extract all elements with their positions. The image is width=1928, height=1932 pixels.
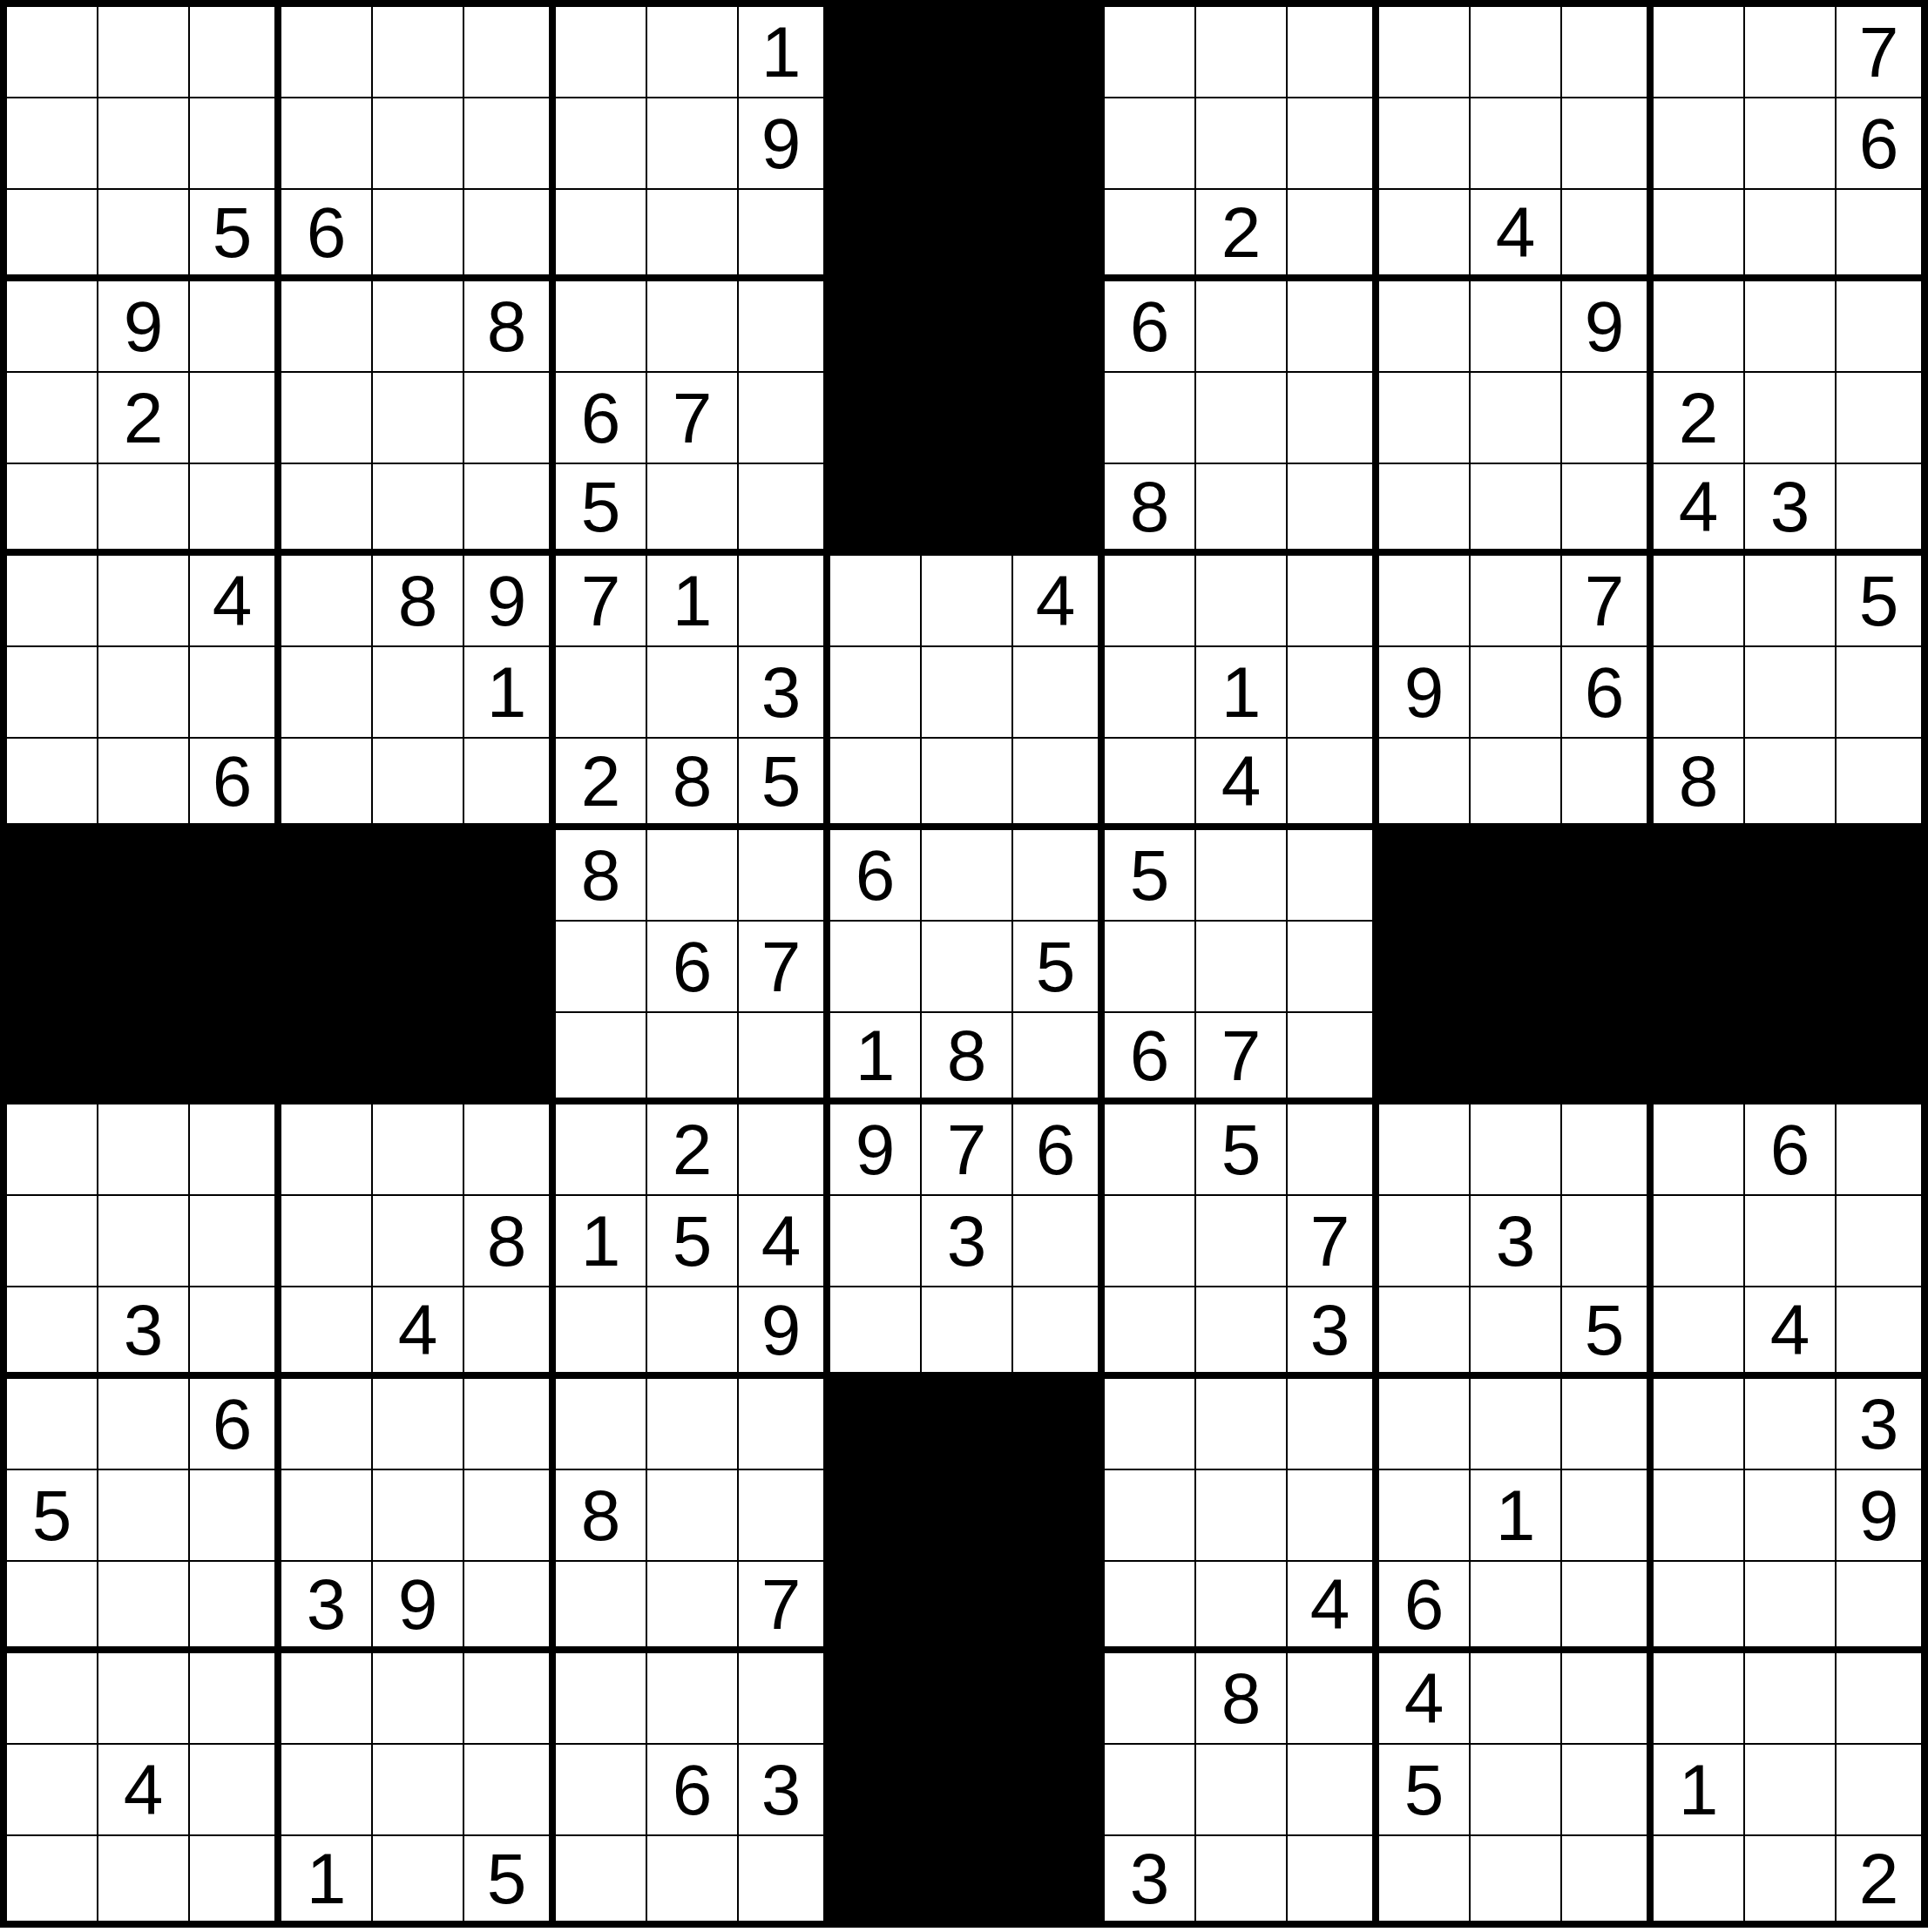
sudoku-cell-r7c20[interactable]	[1837, 647, 1928, 739]
sudoku-cell-r5c20[interactable]	[1837, 464, 1928, 556]
sudoku-cell-r6c10[interactable]	[922, 556, 1013, 647]
sudoku-cell-r7c19[interactable]	[1745, 647, 1837, 739]
sudoku-cell-r18c3[interactable]	[281, 1653, 373, 1745]
sudoku-cell-r7c10[interactable]	[922, 647, 1013, 739]
sudoku-cell-r4c12[interactable]	[1105, 373, 1196, 464]
sudoku-cell-r13c16[interactable]: 3	[1471, 1196, 1562, 1287]
sudoku-cell-r6c5[interactable]: 9	[464, 556, 556, 647]
sudoku-cell-r8c17[interactable]	[1562, 739, 1654, 830]
sudoku-cell-r2c4[interactable]	[373, 190, 464, 281]
sudoku-cell-r1c12[interactable]	[1105, 98, 1196, 190]
sudoku-cell-r14c2[interactable]	[190, 1287, 281, 1379]
sudoku-cell-r19c3[interactable]	[281, 1745, 373, 1836]
sudoku-cell-r10c10[interactable]	[922, 922, 1013, 1013]
sudoku-cell-r19c19[interactable]	[1745, 1745, 1837, 1836]
sudoku-cell-r1c20[interactable]: 6	[1837, 98, 1928, 190]
sudoku-cell-r12c12[interactable]	[1105, 1104, 1196, 1196]
sudoku-cell-r13c19[interactable]	[1745, 1196, 1837, 1287]
sudoku-cell-r19c17[interactable]	[1562, 1745, 1654, 1836]
sudoku-cell-r5c8[interactable]	[739, 464, 830, 556]
sudoku-cell-r14c3[interactable]	[281, 1287, 373, 1379]
sudoku-cell-r16c0[interactable]: 5	[7, 1470, 98, 1562]
sudoku-cell-r15c3[interactable]	[281, 1379, 373, 1470]
sudoku-cell-r17c16[interactable]	[1471, 1562, 1562, 1653]
sudoku-cell-r7c12[interactable]	[1105, 647, 1196, 739]
sudoku-cell-r11c8[interactable]	[739, 1013, 830, 1104]
sudoku-cell-r4c15[interactable]	[1379, 373, 1471, 464]
sudoku-cell-r12c5[interactable]	[464, 1104, 556, 1196]
sudoku-cell-r17c2[interactable]	[190, 1562, 281, 1653]
sudoku-cell-r2c5[interactable]	[464, 190, 556, 281]
sudoku-cell-r4c7[interactable]: 7	[647, 373, 739, 464]
sudoku-cell-r2c17[interactable]	[1562, 190, 1654, 281]
sudoku-cell-r8c11[interactable]	[1013, 739, 1105, 830]
sudoku-cell-r14c1[interactable]: 3	[98, 1287, 190, 1379]
sudoku-cell-r17c19[interactable]	[1745, 1562, 1837, 1653]
sudoku-cell-r6c13[interactable]	[1196, 556, 1288, 647]
sudoku-cell-r11c13[interactable]: 7	[1196, 1013, 1288, 1104]
sudoku-cell-r15c13[interactable]	[1196, 1379, 1288, 1470]
sudoku-cell-r7c14[interactable]	[1288, 647, 1379, 739]
sudoku-cell-r12c3[interactable]	[281, 1104, 373, 1196]
sudoku-cell-r16c16[interactable]: 1	[1471, 1470, 1562, 1562]
sudoku-cell-r13c17[interactable]	[1562, 1196, 1654, 1287]
sudoku-cell-r17c12[interactable]	[1105, 1562, 1196, 1653]
sudoku-cell-r13c5[interactable]: 8	[464, 1196, 556, 1287]
sudoku-cell-r6c1[interactable]	[98, 556, 190, 647]
sudoku-cell-r13c15[interactable]	[1379, 1196, 1471, 1287]
sudoku-cell-r5c2[interactable]	[190, 464, 281, 556]
sudoku-cell-r13c13[interactable]	[1196, 1196, 1288, 1287]
sudoku-cell-r14c7[interactable]	[647, 1287, 739, 1379]
sudoku-cell-r12c2[interactable]	[190, 1104, 281, 1196]
sudoku-cell-r15c2[interactable]: 6	[190, 1379, 281, 1470]
sudoku-cell-r17c7[interactable]	[647, 1562, 739, 1653]
sudoku-cell-r10c11[interactable]: 5	[1013, 922, 1105, 1013]
sudoku-cell-r2c14[interactable]	[1288, 190, 1379, 281]
sudoku-cell-r14c10[interactable]	[922, 1287, 1013, 1379]
sudoku-cell-r9c13[interactable]	[1196, 830, 1288, 922]
sudoku-cell-r18c4[interactable]	[373, 1653, 464, 1745]
sudoku-cell-r15c16[interactable]	[1471, 1379, 1562, 1470]
sudoku-cell-r10c14[interactable]	[1288, 922, 1379, 1013]
sudoku-cell-r16c5[interactable]	[464, 1470, 556, 1562]
sudoku-cell-r16c14[interactable]	[1288, 1470, 1379, 1562]
sudoku-cell-r17c14[interactable]: 4	[1288, 1562, 1379, 1653]
sudoku-cell-r17c4[interactable]: 9	[373, 1562, 464, 1653]
sudoku-cell-r16c1[interactable]	[98, 1470, 190, 1562]
sudoku-cell-r17c1[interactable]	[98, 1562, 190, 1653]
sudoku-cell-r17c8[interactable]: 7	[739, 1562, 830, 1653]
sudoku-cell-r7c8[interactable]: 3	[739, 647, 830, 739]
sudoku-cell-r18c15[interactable]: 4	[1379, 1653, 1471, 1745]
sudoku-cell-r3c4[interactable]	[373, 281, 464, 373]
sudoku-cell-r19c7[interactable]: 6	[647, 1745, 739, 1836]
sudoku-cell-r12c19[interactable]: 6	[1745, 1104, 1837, 1196]
sudoku-cell-r6c19[interactable]	[1745, 556, 1837, 647]
sudoku-cell-r5c19[interactable]: 3	[1745, 464, 1837, 556]
sudoku-cell-r14c0[interactable]	[7, 1287, 98, 1379]
sudoku-cell-r18c6[interactable]	[556, 1653, 647, 1745]
sudoku-cell-r19c14[interactable]	[1288, 1745, 1379, 1836]
sudoku-cell-r13c9[interactable]	[830, 1196, 922, 1287]
sudoku-cell-r7c13[interactable]: 1	[1196, 647, 1288, 739]
sudoku-cell-r0c13[interactable]	[1196, 7, 1288, 98]
sudoku-cell-r8c8[interactable]: 5	[739, 739, 830, 830]
sudoku-cell-r5c1[interactable]	[98, 464, 190, 556]
sudoku-cell-r16c4[interactable]	[373, 1470, 464, 1562]
sudoku-cell-r17c17[interactable]	[1562, 1562, 1654, 1653]
sudoku-cell-r15c20[interactable]: 3	[1837, 1379, 1928, 1470]
sudoku-cell-r1c5[interactable]	[464, 98, 556, 190]
sudoku-cell-r11c11[interactable]	[1013, 1013, 1105, 1104]
sudoku-cell-r11c9[interactable]: 1	[830, 1013, 922, 1104]
sudoku-cell-r4c4[interactable]	[373, 373, 464, 464]
sudoku-cell-r12c18[interactable]	[1654, 1104, 1745, 1196]
sudoku-cell-r17c13[interactable]	[1196, 1562, 1288, 1653]
sudoku-cell-r8c7[interactable]: 8	[647, 739, 739, 830]
sudoku-cell-r13c3[interactable]	[281, 1196, 373, 1287]
sudoku-cell-r9c8[interactable]	[739, 830, 830, 922]
sudoku-cell-r16c6[interactable]: 8	[556, 1470, 647, 1562]
sudoku-cell-r4c14[interactable]	[1288, 373, 1379, 464]
sudoku-cell-r6c16[interactable]	[1471, 556, 1562, 647]
sudoku-cell-r6c12[interactable]	[1105, 556, 1196, 647]
sudoku-cell-r20c19[interactable]	[1745, 1836, 1837, 1928]
sudoku-cell-r4c2[interactable]	[190, 373, 281, 464]
sudoku-cell-r19c20[interactable]	[1837, 1745, 1928, 1836]
sudoku-cell-r5c6[interactable]: 5	[556, 464, 647, 556]
sudoku-cell-r14c6[interactable]	[556, 1287, 647, 1379]
sudoku-cell-r2c13[interactable]: 2	[1196, 190, 1288, 281]
sudoku-cell-r7c16[interactable]	[1471, 647, 1562, 739]
sudoku-cell-r18c0[interactable]	[7, 1653, 98, 1745]
sudoku-cell-r3c2[interactable]	[190, 281, 281, 373]
sudoku-cell-r14c4[interactable]: 4	[373, 1287, 464, 1379]
sudoku-cell-r6c7[interactable]: 1	[647, 556, 739, 647]
sudoku-cell-r18c16[interactable]	[1471, 1653, 1562, 1745]
sudoku-cell-r10c8[interactable]: 7	[739, 922, 830, 1013]
sudoku-cell-r8c16[interactable]	[1471, 739, 1562, 830]
sudoku-cell-r20c14[interactable]	[1288, 1836, 1379, 1928]
sudoku-cell-r9c11[interactable]	[1013, 830, 1105, 922]
sudoku-cell-r11c6[interactable]	[556, 1013, 647, 1104]
sudoku-cell-r7c7[interactable]	[647, 647, 739, 739]
sudoku-cell-r16c3[interactable]	[281, 1470, 373, 1562]
sudoku-cell-r16c18[interactable]	[1654, 1470, 1745, 1562]
sudoku-cell-r4c1[interactable]: 2	[98, 373, 190, 464]
sudoku-cell-r3c16[interactable]	[1471, 281, 1562, 373]
sudoku-cell-r19c1[interactable]: 4	[98, 1745, 190, 1836]
sudoku-cell-r7c17[interactable]: 6	[1562, 647, 1654, 739]
sudoku-cell-r8c14[interactable]	[1288, 739, 1379, 830]
sudoku-cell-r5c16[interactable]	[1471, 464, 1562, 556]
sudoku-cell-r3c15[interactable]	[1379, 281, 1471, 373]
sudoku-cell-r15c6[interactable]	[556, 1379, 647, 1470]
sudoku-cell-r1c15[interactable]	[1379, 98, 1471, 190]
sudoku-cell-r12c16[interactable]	[1471, 1104, 1562, 1196]
sudoku-cell-r1c8[interactable]: 9	[739, 98, 830, 190]
sudoku-cell-r18c13[interactable]: 8	[1196, 1653, 1288, 1745]
sudoku-cell-r8c1[interactable]	[98, 739, 190, 830]
sudoku-cell-r12c6[interactable]	[556, 1104, 647, 1196]
sudoku-cell-r2c0[interactable]	[7, 190, 98, 281]
sudoku-cell-r6c4[interactable]: 8	[373, 556, 464, 647]
sudoku-cell-r3c8[interactable]	[739, 281, 830, 373]
sudoku-cell-r3c14[interactable]	[1288, 281, 1379, 373]
sudoku-cell-r20c13[interactable]	[1196, 1836, 1288, 1928]
sudoku-cell-r6c14[interactable]	[1288, 556, 1379, 647]
sudoku-cell-r0c14[interactable]	[1288, 7, 1379, 98]
sudoku-cell-r9c10[interactable]	[922, 830, 1013, 922]
sudoku-cell-r19c0[interactable]	[7, 1745, 98, 1836]
sudoku-cell-r12c7[interactable]: 2	[647, 1104, 739, 1196]
sudoku-cell-r7c4[interactable]	[373, 647, 464, 739]
sudoku-cell-r1c3[interactable]	[281, 98, 373, 190]
sudoku-cell-r15c17[interactable]	[1562, 1379, 1654, 1470]
sudoku-cell-r8c18[interactable]: 8	[1654, 739, 1745, 830]
sudoku-cell-r7c15[interactable]: 9	[1379, 647, 1471, 739]
sudoku-cell-r5c3[interactable]	[281, 464, 373, 556]
sudoku-cell-r15c0[interactable]	[7, 1379, 98, 1470]
sudoku-cell-r16c12[interactable]	[1105, 1470, 1196, 1562]
sudoku-cell-r20c16[interactable]	[1471, 1836, 1562, 1928]
sudoku-cell-r6c3[interactable]	[281, 556, 373, 647]
sudoku-cell-r8c20[interactable]	[1837, 739, 1928, 830]
sudoku-cell-r16c19[interactable]	[1745, 1470, 1837, 1562]
sudoku-cell-r6c11[interactable]: 4	[1013, 556, 1105, 647]
sudoku-cell-r9c14[interactable]	[1288, 830, 1379, 922]
sudoku-cell-r3c6[interactable]	[556, 281, 647, 373]
sudoku-cell-r1c18[interactable]	[1654, 98, 1745, 190]
sudoku-cell-r20c8[interactable]	[739, 1836, 830, 1928]
sudoku-cell-r1c13[interactable]	[1196, 98, 1288, 190]
sudoku-cell-r18c18[interactable]	[1654, 1653, 1745, 1745]
sudoku-cell-r15c4[interactable]	[373, 1379, 464, 1470]
sudoku-cell-r8c10[interactable]	[922, 739, 1013, 830]
sudoku-cell-r20c5[interactable]: 5	[464, 1836, 556, 1928]
sudoku-cell-r2c1[interactable]	[98, 190, 190, 281]
sudoku-cell-r14c18[interactable]	[1654, 1287, 1745, 1379]
sudoku-cell-r13c4[interactable]	[373, 1196, 464, 1287]
sudoku-cell-r13c1[interactable]	[98, 1196, 190, 1287]
sudoku-cell-r8c2[interactable]: 6	[190, 739, 281, 830]
sudoku-cell-r20c0[interactable]	[7, 1836, 98, 1928]
sudoku-cell-r10c7[interactable]: 6	[647, 922, 739, 1013]
sudoku-cell-r13c20[interactable]	[1837, 1196, 1928, 1287]
sudoku-cell-r8c3[interactable]	[281, 739, 373, 830]
sudoku-cell-r0c3[interactable]	[281, 7, 373, 98]
sudoku-cell-r0c19[interactable]	[1745, 7, 1837, 98]
sudoku-cell-r14c16[interactable]	[1471, 1287, 1562, 1379]
sudoku-cell-r12c8[interactable]	[739, 1104, 830, 1196]
sudoku-cell-r20c18[interactable]	[1654, 1836, 1745, 1928]
sudoku-cell-r2c7[interactable]	[647, 190, 739, 281]
sudoku-cell-r13c6[interactable]: 1	[556, 1196, 647, 1287]
sudoku-cell-r7c11[interactable]	[1013, 647, 1105, 739]
sudoku-cell-r16c15[interactable]	[1379, 1470, 1471, 1562]
sudoku-cell-r0c18[interactable]	[1654, 7, 1745, 98]
sudoku-cell-r4c17[interactable]	[1562, 373, 1654, 464]
sudoku-cell-r1c0[interactable]	[7, 98, 98, 190]
sudoku-cell-r15c18[interactable]	[1654, 1379, 1745, 1470]
sudoku-cell-r2c18[interactable]	[1654, 190, 1745, 281]
sudoku-cell-r11c10[interactable]: 8	[922, 1013, 1013, 1104]
sudoku-cell-r19c4[interactable]	[373, 1745, 464, 1836]
sudoku-cell-r20c2[interactable]	[190, 1836, 281, 1928]
sudoku-cell-r17c5[interactable]	[464, 1562, 556, 1653]
sudoku-cell-r14c5[interactable]	[464, 1287, 556, 1379]
sudoku-cell-r7c2[interactable]	[190, 647, 281, 739]
sudoku-cell-r14c15[interactable]	[1379, 1287, 1471, 1379]
sudoku-cell-r1c16[interactable]	[1471, 98, 1562, 190]
sudoku-cell-r0c0[interactable]	[7, 7, 98, 98]
sudoku-cell-r14c19[interactable]: 4	[1745, 1287, 1837, 1379]
sudoku-cell-r4c19[interactable]	[1745, 373, 1837, 464]
sudoku-cell-r5c0[interactable]	[7, 464, 98, 556]
sudoku-cell-r18c5[interactable]	[464, 1653, 556, 1745]
sudoku-cell-r8c15[interactable]	[1379, 739, 1471, 830]
sudoku-cell-r18c1[interactable]	[98, 1653, 190, 1745]
sudoku-cell-r13c0[interactable]	[7, 1196, 98, 1287]
sudoku-cell-r0c20[interactable]: 7	[1837, 7, 1928, 98]
sudoku-cell-r19c18[interactable]: 1	[1654, 1745, 1745, 1836]
sudoku-cell-r0c12[interactable]	[1105, 7, 1196, 98]
sudoku-cell-r3c3[interactable]	[281, 281, 373, 373]
sudoku-cell-r3c20[interactable]	[1837, 281, 1928, 373]
sudoku-cell-r6c20[interactable]: 5	[1837, 556, 1928, 647]
sudoku-cell-r16c20[interactable]: 9	[1837, 1470, 1928, 1562]
sudoku-cell-r6c8[interactable]	[739, 556, 830, 647]
sudoku-cell-r18c19[interactable]	[1745, 1653, 1837, 1745]
sudoku-cell-r13c7[interactable]: 5	[647, 1196, 739, 1287]
sudoku-cell-r20c20[interactable]: 2	[1837, 1836, 1928, 1928]
sudoku-cell-r13c10[interactable]: 3	[922, 1196, 1013, 1287]
sudoku-cell-r4c3[interactable]	[281, 373, 373, 464]
sudoku-cell-r20c4[interactable]	[373, 1836, 464, 1928]
sudoku-cell-r3c17[interactable]: 9	[1562, 281, 1654, 373]
sudoku-cell-r9c9[interactable]: 6	[830, 830, 922, 922]
sudoku-cell-r12c11[interactable]: 6	[1013, 1104, 1105, 1196]
sudoku-cell-r14c12[interactable]	[1105, 1287, 1196, 1379]
sudoku-cell-r1c2[interactable]	[190, 98, 281, 190]
sudoku-cell-r19c12[interactable]	[1105, 1745, 1196, 1836]
sudoku-cell-r13c8[interactable]: 4	[739, 1196, 830, 1287]
sudoku-cell-r5c15[interactable]	[1379, 464, 1471, 556]
sudoku-cell-r11c7[interactable]	[647, 1013, 739, 1104]
sudoku-cell-r17c18[interactable]	[1654, 1562, 1745, 1653]
sudoku-cell-r4c16[interactable]	[1471, 373, 1562, 464]
sudoku-cell-r14c9[interactable]	[830, 1287, 922, 1379]
sudoku-cell-r8c5[interactable]	[464, 739, 556, 830]
sudoku-cell-r20c12[interactable]: 3	[1105, 1836, 1196, 1928]
sudoku-cell-r16c8[interactable]	[739, 1470, 830, 1562]
sudoku-cell-r14c13[interactable]	[1196, 1287, 1288, 1379]
sudoku-cell-r8c4[interactable]	[373, 739, 464, 830]
sudoku-cell-r17c20[interactable]	[1837, 1562, 1928, 1653]
sudoku-cell-r2c3[interactable]: 6	[281, 190, 373, 281]
sudoku-cell-r8c6[interactable]: 2	[556, 739, 647, 830]
sudoku-cell-r2c2[interactable]: 5	[190, 190, 281, 281]
sudoku-cell-r3c13[interactable]	[1196, 281, 1288, 373]
sudoku-cell-r5c18[interactable]: 4	[1654, 464, 1745, 556]
sudoku-cell-r8c19[interactable]	[1745, 739, 1837, 830]
sudoku-cell-r2c15[interactable]	[1379, 190, 1471, 281]
sudoku-cell-r9c12[interactable]: 5	[1105, 830, 1196, 922]
sudoku-cell-r4c18[interactable]: 2	[1654, 373, 1745, 464]
sudoku-cell-r10c6[interactable]	[556, 922, 647, 1013]
sudoku-cell-r12c1[interactable]	[98, 1104, 190, 1196]
sudoku-cell-r0c17[interactable]	[1562, 7, 1654, 98]
sudoku-cell-r16c17[interactable]	[1562, 1470, 1654, 1562]
sudoku-cell-r6c17[interactable]: 7	[1562, 556, 1654, 647]
sudoku-cell-r13c2[interactable]	[190, 1196, 281, 1287]
sudoku-cell-r18c8[interactable]	[739, 1653, 830, 1745]
sudoku-cell-r4c5[interactable]	[464, 373, 556, 464]
sudoku-cell-r15c12[interactable]	[1105, 1379, 1196, 1470]
sudoku-cell-r6c9[interactable]	[830, 556, 922, 647]
sudoku-cell-r6c0[interactable]	[7, 556, 98, 647]
sudoku-cell-r12c17[interactable]	[1562, 1104, 1654, 1196]
sudoku-cell-r17c6[interactable]	[556, 1562, 647, 1653]
sudoku-cell-r20c1[interactable]	[98, 1836, 190, 1928]
sudoku-cell-r7c3[interactable]	[281, 647, 373, 739]
sudoku-cell-r18c14[interactable]	[1288, 1653, 1379, 1745]
sudoku-cell-r19c13[interactable]	[1196, 1745, 1288, 1836]
sudoku-cell-r4c0[interactable]	[7, 373, 98, 464]
sudoku-cell-r9c6[interactable]: 8	[556, 830, 647, 922]
sudoku-cell-r3c12[interactable]: 6	[1105, 281, 1196, 373]
sudoku-cell-r11c14[interactable]	[1288, 1013, 1379, 1104]
sudoku-cell-r11c12[interactable]: 6	[1105, 1013, 1196, 1104]
sudoku-cell-r14c17[interactable]: 5	[1562, 1287, 1654, 1379]
sudoku-cell-r3c19[interactable]	[1745, 281, 1837, 373]
sudoku-cell-r19c16[interactable]	[1471, 1745, 1562, 1836]
sudoku-cell-r12c4[interactable]	[373, 1104, 464, 1196]
sudoku-cell-r15c1[interactable]	[98, 1379, 190, 1470]
sudoku-cell-r13c14[interactable]: 7	[1288, 1196, 1379, 1287]
sudoku-cell-r14c11[interactable]	[1013, 1287, 1105, 1379]
sudoku-cell-r17c15[interactable]: 6	[1379, 1562, 1471, 1653]
sudoku-cell-r17c3[interactable]: 3	[281, 1562, 373, 1653]
sudoku-cell-r8c0[interactable]	[7, 739, 98, 830]
sudoku-cell-r12c15[interactable]	[1379, 1104, 1471, 1196]
sudoku-cell-r3c1[interactable]: 9	[98, 281, 190, 373]
sudoku-cell-r15c8[interactable]	[739, 1379, 830, 1470]
sudoku-cell-r5c13[interactable]	[1196, 464, 1288, 556]
sudoku-cell-r15c15[interactable]	[1379, 1379, 1471, 1470]
sudoku-cell-r15c7[interactable]	[647, 1379, 739, 1470]
sudoku-cell-r2c12[interactable]	[1105, 190, 1196, 281]
sudoku-cell-r4c6[interactable]: 6	[556, 373, 647, 464]
sudoku-cell-r7c0[interactable]	[7, 647, 98, 739]
sudoku-cell-r18c12[interactable]	[1105, 1653, 1196, 1745]
sudoku-cell-r6c15[interactable]	[1379, 556, 1471, 647]
sudoku-cell-r3c0[interactable]	[7, 281, 98, 373]
sudoku-cell-r13c18[interactable]	[1654, 1196, 1745, 1287]
sudoku-cell-r1c4[interactable]	[373, 98, 464, 190]
sudoku-cell-r20c3[interactable]: 1	[281, 1836, 373, 1928]
sudoku-cell-r0c8[interactable]: 1	[739, 7, 830, 98]
sudoku-cell-r12c10[interactable]: 7	[922, 1104, 1013, 1196]
sudoku-cell-r1c19[interactable]	[1745, 98, 1837, 190]
sudoku-cell-r4c20[interactable]	[1837, 373, 1928, 464]
sudoku-cell-r15c5[interactable]	[464, 1379, 556, 1470]
sudoku-cell-r8c12[interactable]	[1105, 739, 1196, 830]
sudoku-cell-r10c13[interactable]	[1196, 922, 1288, 1013]
sudoku-cell-r7c18[interactable]	[1654, 647, 1745, 739]
sudoku-cell-r5c5[interactable]	[464, 464, 556, 556]
